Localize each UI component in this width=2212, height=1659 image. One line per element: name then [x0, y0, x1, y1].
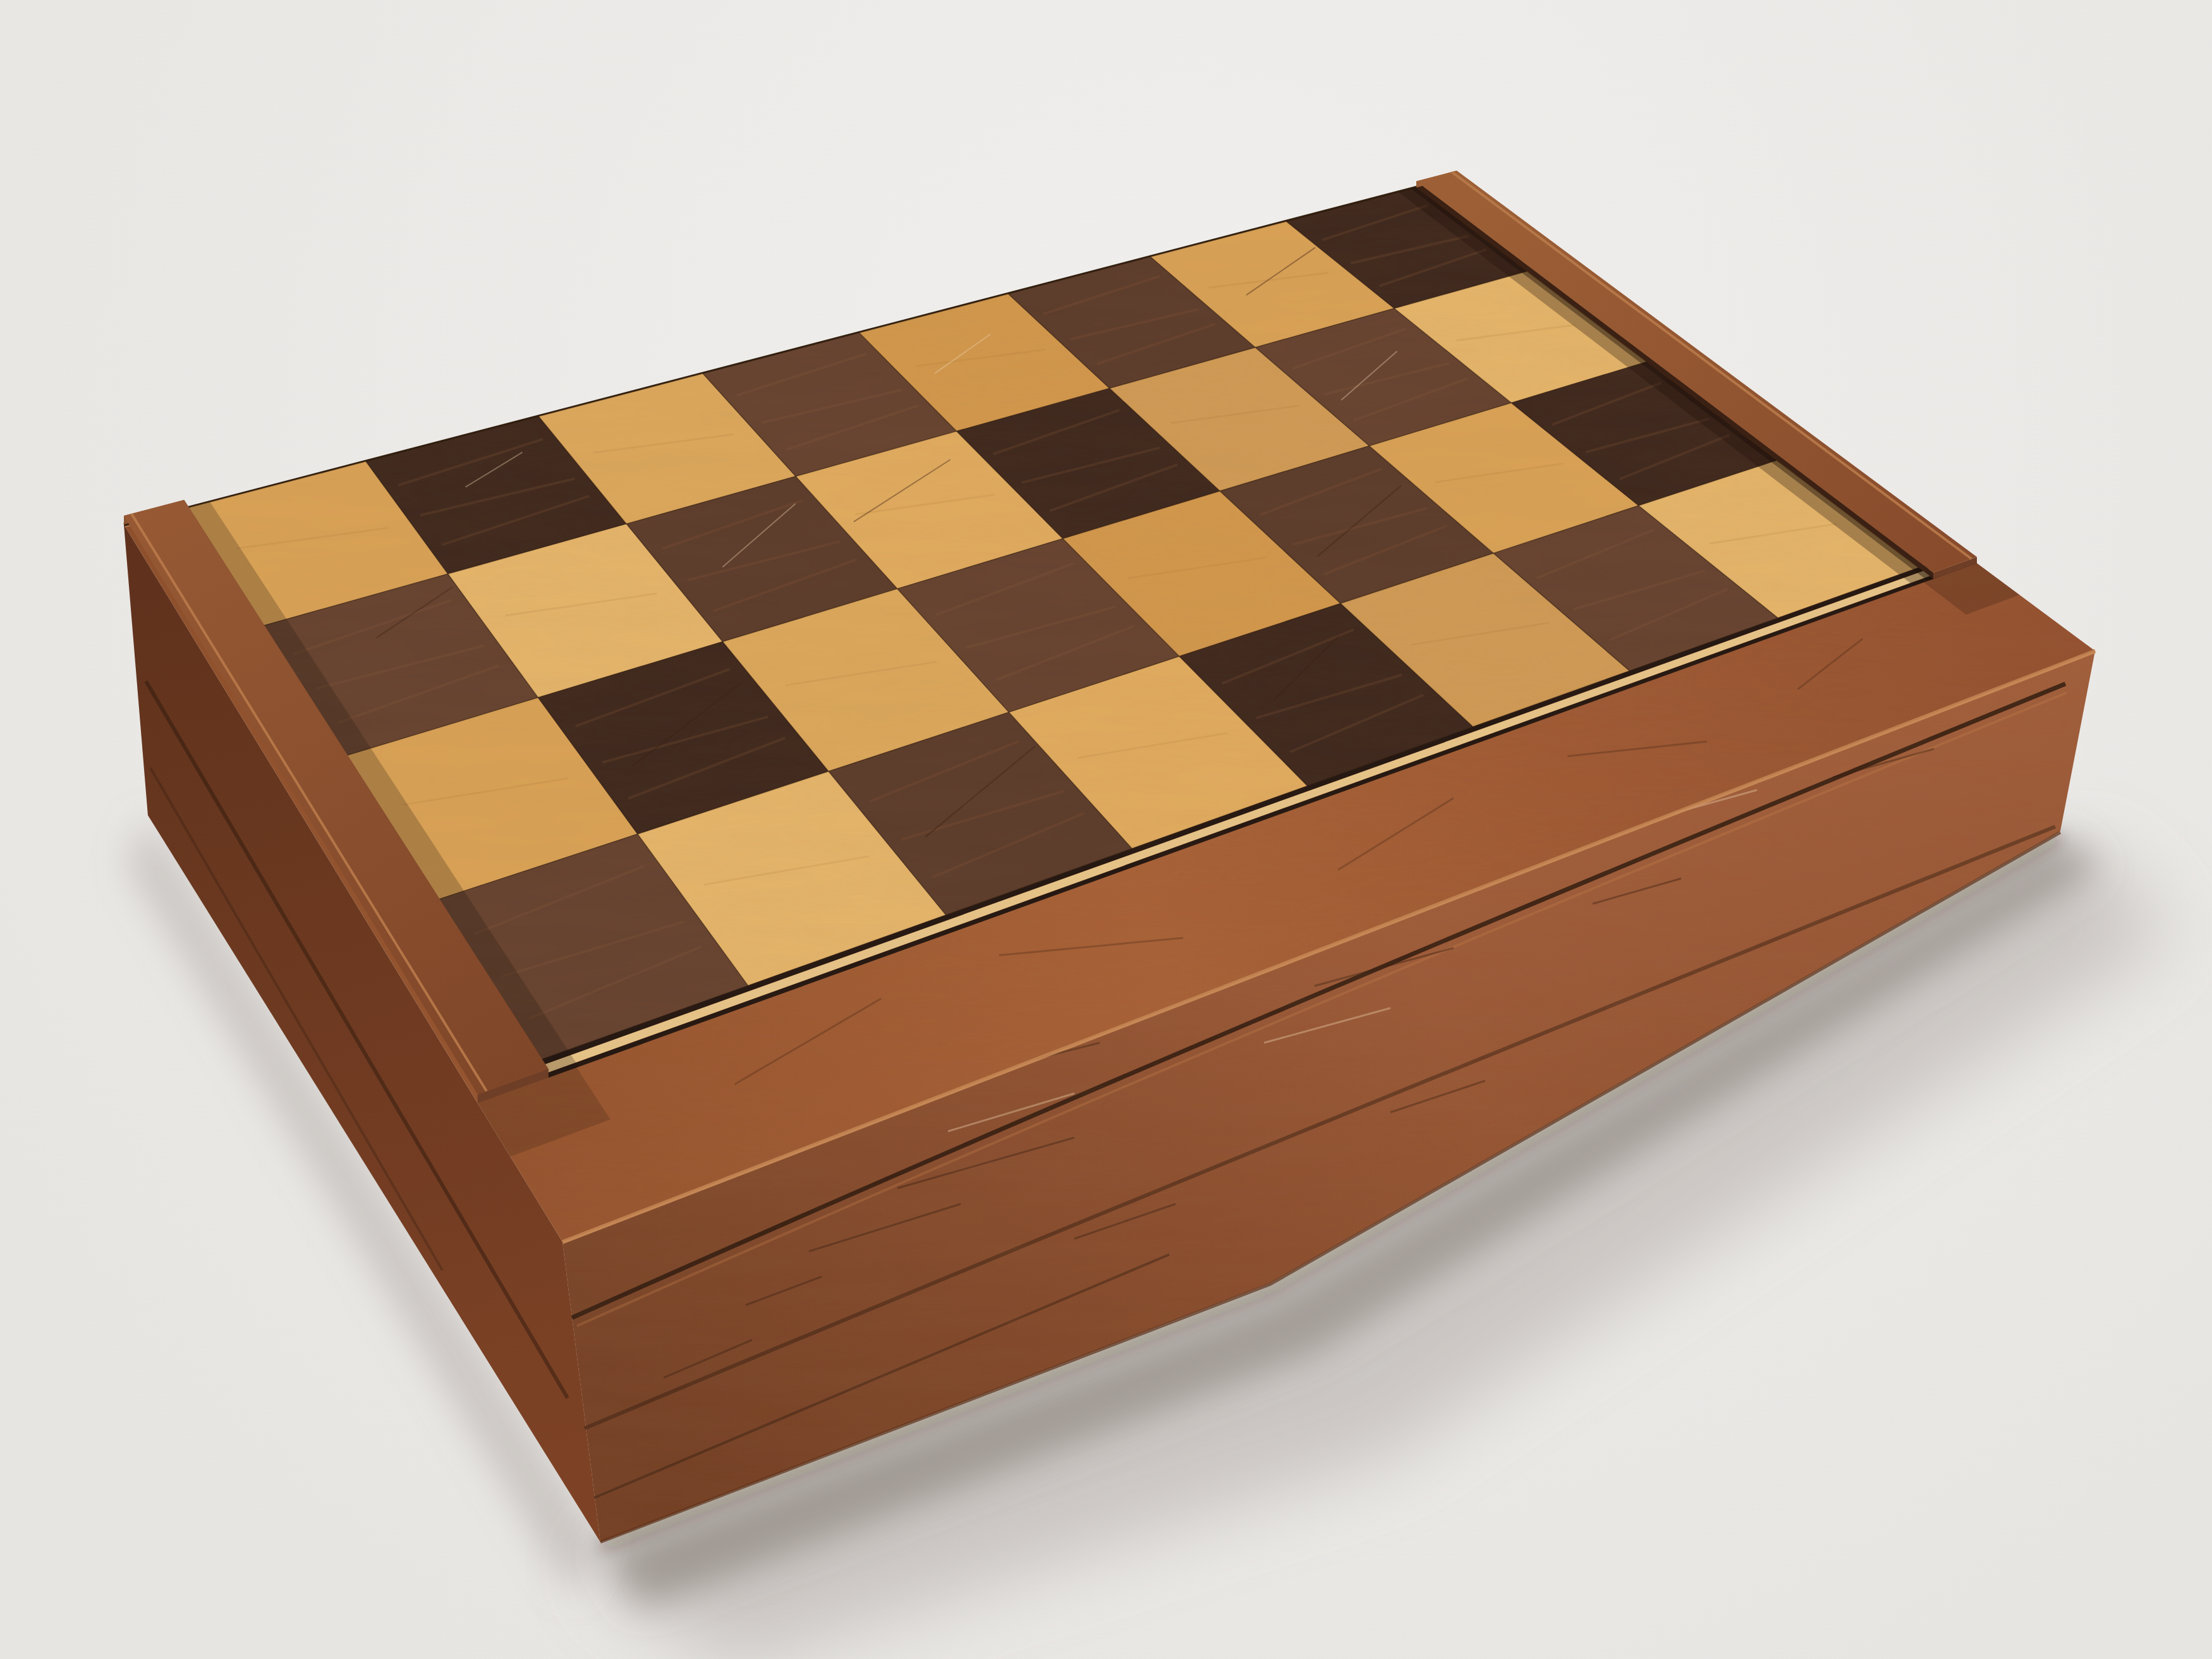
games-box-photo: [0, 0, 2212, 1659]
photo-stage: [0, 0, 2212, 1659]
